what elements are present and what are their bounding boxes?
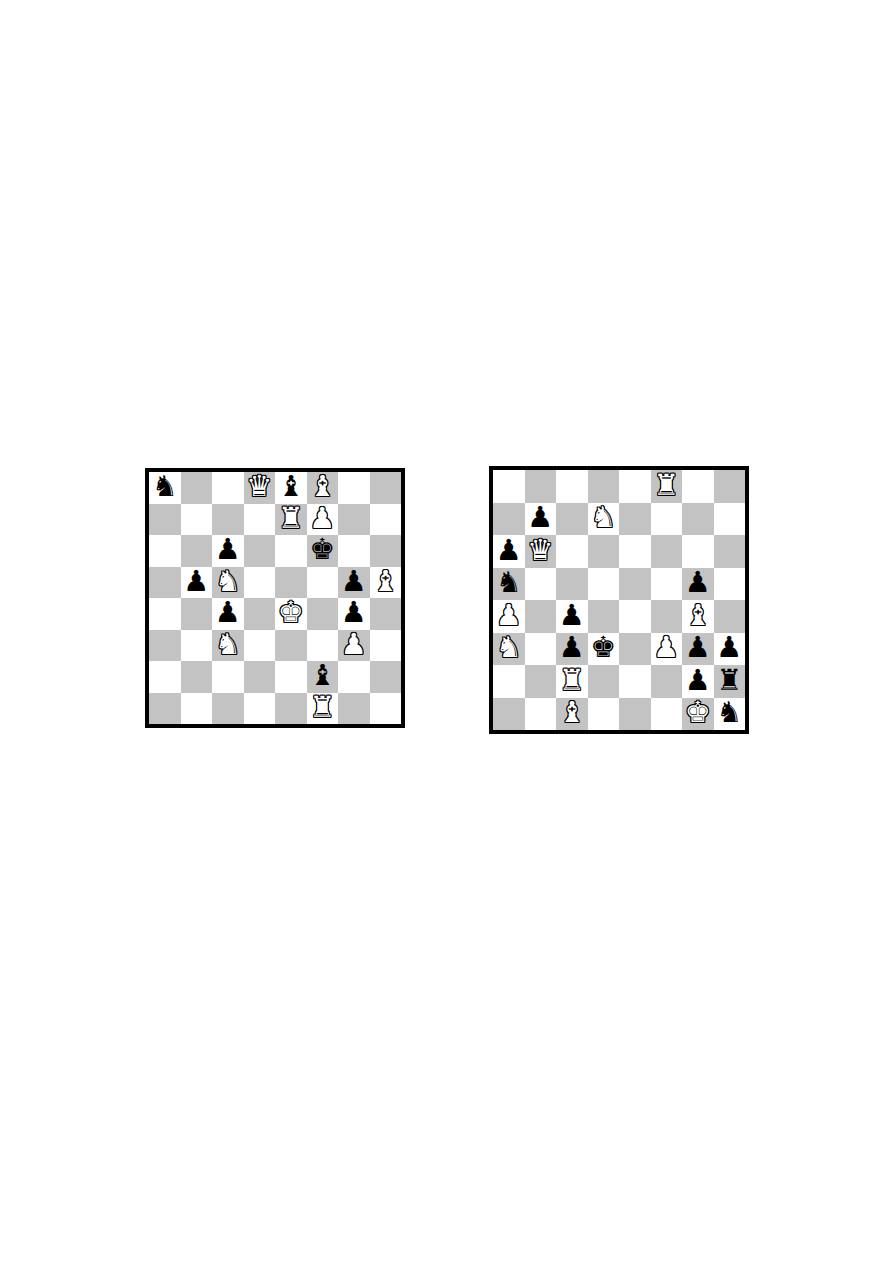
right-square-d1[interactable] [588, 698, 620, 731]
right-square-f7[interactable] [651, 503, 683, 536]
left-square-g4[interactable]: ♟ [338, 598, 370, 630]
black-pawn-icon: ♟ [685, 633, 711, 662]
right-square-e6[interactable] [619, 535, 651, 568]
left-square-c4[interactable]: ♟ [212, 598, 244, 630]
left-square-c1[interactable] [212, 693, 244, 725]
white-bishop-icon: ♝ [685, 601, 711, 630]
white-pawn-icon: ♟ [496, 601, 522, 630]
right-square-c6[interactable] [556, 535, 588, 568]
white-knight-icon: ♞ [590, 503, 616, 532]
left-square-g1[interactable] [338, 693, 370, 725]
left-square-b8[interactable] [181, 472, 213, 504]
left-square-e8[interactable]: ♝ [275, 472, 307, 504]
white-rook-icon: ♜ [559, 666, 585, 695]
black-pawn-icon: ♟ [183, 567, 209, 596]
right-square-g1[interactable]: ♚ [682, 698, 714, 731]
right-square-h4[interactable] [714, 600, 746, 633]
white-pawn-icon: ♟ [309, 504, 335, 533]
left-square-b7[interactable] [181, 504, 213, 536]
left-square-g6[interactable] [338, 535, 370, 567]
black-knight-icon: ♞ [716, 698, 742, 727]
left-square-f5[interactable] [307, 567, 339, 599]
right-square-f8[interactable]: ♜ [651, 470, 683, 503]
right-square-h3[interactable]: ♟ [714, 633, 746, 666]
right-chess-board: ♜♟♞♟♛♞♟♟♟♝♞♟♚♟♟♟♜♟♜♝♚♞ [489, 466, 749, 734]
white-bishop-icon: ♝ [372, 567, 398, 596]
right-square-c8[interactable] [556, 470, 588, 503]
left-square-h6[interactable] [370, 535, 402, 567]
black-pawn-icon: ♟ [527, 503, 553, 532]
right-square-g3[interactable]: ♟ [682, 633, 714, 666]
black-pawn-icon: ♟ [685, 666, 711, 695]
left-square-c5[interactable]: ♞ [212, 567, 244, 599]
page: ♞♛♝♝♜♟♟♚♟♞♟♝♟♚♟♞♟♝♜ ♜♟♞♟♛♞♟♟♟♝♞♟♚♟♟♟♜♟♜♝… [0, 0, 893, 1263]
right-square-h5[interactable] [714, 568, 746, 601]
left-square-h4[interactable] [370, 598, 402, 630]
left-square-g7[interactable] [338, 504, 370, 536]
white-rook-icon: ♜ [653, 471, 679, 500]
left-square-a7[interactable] [149, 504, 181, 536]
right-square-b8[interactable] [525, 470, 557, 503]
left-square-b2[interactable] [181, 661, 213, 693]
white-bishop-icon: ♝ [309, 472, 335, 501]
right-square-e7[interactable] [619, 503, 651, 536]
right-square-d6[interactable] [588, 535, 620, 568]
left-square-e5[interactable] [275, 567, 307, 599]
black-pawn-icon: ♟ [685, 568, 711, 597]
white-knight-icon: ♞ [215, 567, 241, 596]
white-rook-icon: ♜ [278, 504, 304, 533]
left-square-f4[interactable] [307, 598, 339, 630]
right-square-g7[interactable] [682, 503, 714, 536]
right-square-b7[interactable]: ♟ [525, 503, 557, 536]
right-square-h7[interactable] [714, 503, 746, 536]
left-square-h8[interactable] [370, 472, 402, 504]
black-bishop-icon: ♝ [278, 472, 304, 501]
black-bishop-icon: ♝ [309, 661, 335, 690]
black-pawn-icon: ♟ [716, 633, 742, 662]
right-square-a1[interactable] [493, 698, 525, 731]
left-square-e7[interactable]: ♜ [275, 504, 307, 536]
left-square-a8[interactable]: ♞ [149, 472, 181, 504]
left-square-c7[interactable] [212, 504, 244, 536]
left-square-b4[interactable] [181, 598, 213, 630]
black-knight-icon: ♞ [496, 568, 522, 597]
right-square-a5[interactable]: ♞ [493, 568, 525, 601]
black-pawn-icon: ♟ [215, 535, 241, 564]
right-square-g4[interactable]: ♝ [682, 600, 714, 633]
black-pawn-icon: ♟ [559, 601, 585, 630]
left-square-h1[interactable] [370, 693, 402, 725]
left-square-a4[interactable] [149, 598, 181, 630]
right-square-f2[interactable] [651, 665, 683, 698]
left-square-a1[interactable] [149, 693, 181, 725]
black-pawn-icon: ♟ [559, 633, 585, 662]
right-square-g5[interactable]: ♟ [682, 568, 714, 601]
right-square-b2[interactable] [525, 665, 557, 698]
left-square-f1[interactable]: ♜ [307, 693, 339, 725]
white-pawn-icon: ♟ [653, 633, 679, 662]
right-square-b6[interactable]: ♛ [525, 535, 557, 568]
right-square-d2[interactable] [588, 665, 620, 698]
white-king-icon: ♚ [278, 598, 304, 627]
left-square-c2[interactable] [212, 661, 244, 693]
white-bishop-icon: ♝ [559, 698, 585, 727]
left-square-d2[interactable] [244, 661, 276, 693]
white-pawn-icon: ♟ [341, 630, 367, 659]
left-square-g8[interactable] [338, 472, 370, 504]
left-square-a3[interactable] [149, 630, 181, 662]
left-square-e3[interactable] [275, 630, 307, 662]
right-square-a6[interactable]: ♟ [493, 535, 525, 568]
right-square-f3[interactable]: ♟ [651, 633, 683, 666]
black-king-icon: ♚ [309, 535, 335, 564]
left-square-a2[interactable] [149, 661, 181, 693]
left-square-b6[interactable] [181, 535, 213, 567]
right-square-b3[interactable] [525, 633, 557, 666]
black-king-icon: ♚ [590, 633, 616, 662]
right-square-c4[interactable]: ♟ [556, 600, 588, 633]
right-square-c1[interactable]: ♝ [556, 698, 588, 731]
right-square-c3[interactable]: ♟ [556, 633, 588, 666]
white-queen-icon: ♛ [527, 536, 553, 565]
right-square-d5[interactable] [588, 568, 620, 601]
left-square-c6[interactable]: ♟ [212, 535, 244, 567]
left-square-d3[interactable] [244, 630, 276, 662]
right-square-g8[interactable] [682, 470, 714, 503]
right-square-e1[interactable] [619, 698, 651, 731]
right-square-g2[interactable]: ♟ [682, 665, 714, 698]
white-knight-icon: ♞ [215, 630, 241, 659]
white-queen-icon: ♛ [246, 472, 272, 501]
left-square-f8[interactable]: ♝ [307, 472, 339, 504]
left-square-c8[interactable] [212, 472, 244, 504]
right-square-h8[interactable] [714, 470, 746, 503]
left-square-c3[interactable]: ♞ [212, 630, 244, 662]
left-square-e1[interactable] [275, 693, 307, 725]
right-square-a7[interactable] [493, 503, 525, 536]
right-square-c2[interactable]: ♜ [556, 665, 588, 698]
left-square-a5[interactable] [149, 567, 181, 599]
right-square-e3[interactable] [619, 633, 651, 666]
left-square-f2[interactable]: ♝ [307, 661, 339, 693]
left-square-e6[interactable] [275, 535, 307, 567]
left-square-d7[interactable] [244, 504, 276, 536]
right-square-f4[interactable] [651, 600, 683, 633]
right-square-d4[interactable] [588, 600, 620, 633]
left-square-f6[interactable]: ♚ [307, 535, 339, 567]
right-square-d3[interactable]: ♚ [588, 633, 620, 666]
right-square-c7[interactable] [556, 503, 588, 536]
right-square-e2[interactable] [619, 665, 651, 698]
left-square-e2[interactable] [275, 661, 307, 693]
right-square-d7[interactable]: ♞ [588, 503, 620, 536]
right-square-b1[interactable] [525, 698, 557, 731]
left-square-h7[interactable] [370, 504, 402, 536]
right-square-a4[interactable]: ♟ [493, 600, 525, 633]
black-pawn-icon: ♟ [496, 536, 522, 565]
left-square-g2[interactable] [338, 661, 370, 693]
right-square-f6[interactable] [651, 535, 683, 568]
white-rook-icon: ♜ [309, 693, 335, 722]
right-square-a2[interactable] [493, 665, 525, 698]
black-pawn-icon: ♟ [341, 567, 367, 596]
black-knight-icon: ♞ [152, 472, 178, 501]
right-square-g6[interactable] [682, 535, 714, 568]
black-pawn-icon: ♟ [215, 598, 241, 627]
right-square-f5[interactable] [651, 568, 683, 601]
left-square-h3[interactable] [370, 630, 402, 662]
right-square-h6[interactable] [714, 535, 746, 568]
left-square-g3[interactable]: ♟ [338, 630, 370, 662]
white-king-icon: ♚ [685, 698, 711, 727]
left-square-h2[interactable] [370, 661, 402, 693]
black-rook-icon: ♜ [716, 666, 742, 695]
left-square-e4[interactable]: ♚ [275, 598, 307, 630]
left-square-g5[interactable]: ♟ [338, 567, 370, 599]
left-square-f3[interactable] [307, 630, 339, 662]
left-square-d1[interactable] [244, 693, 276, 725]
left-square-a6[interactable] [149, 535, 181, 567]
left-square-b1[interactable] [181, 693, 213, 725]
right-square-a8[interactable] [493, 470, 525, 503]
black-pawn-icon: ♟ [341, 598, 367, 627]
right-square-e5[interactable] [619, 568, 651, 601]
right-square-e4[interactable] [619, 600, 651, 633]
right-square-h2[interactable]: ♜ [714, 665, 746, 698]
left-chess-board: ♞♛♝♝♜♟♟♚♟♞♟♝♟♚♟♞♟♝♜ [145, 468, 405, 728]
right-square-d8[interactable] [588, 470, 620, 503]
left-square-b5[interactable]: ♟ [181, 567, 213, 599]
left-square-b3[interactable] [181, 630, 213, 662]
right-square-a3[interactable]: ♞ [493, 633, 525, 666]
left-square-d4[interactable] [244, 598, 276, 630]
right-square-f1[interactable] [651, 698, 683, 731]
left-square-f7[interactable]: ♟ [307, 504, 339, 536]
white-knight-icon: ♞ [496, 633, 522, 662]
right-square-h1[interactable]: ♞ [714, 698, 746, 731]
right-square-b5[interactable] [525, 568, 557, 601]
left-square-d8[interactable]: ♛ [244, 472, 276, 504]
right-square-c5[interactable] [556, 568, 588, 601]
right-square-b4[interactable] [525, 600, 557, 633]
left-square-d5[interactable] [244, 567, 276, 599]
left-square-h5[interactable]: ♝ [370, 567, 402, 599]
left-square-d6[interactable] [244, 535, 276, 567]
right-square-e8[interactable] [619, 470, 651, 503]
